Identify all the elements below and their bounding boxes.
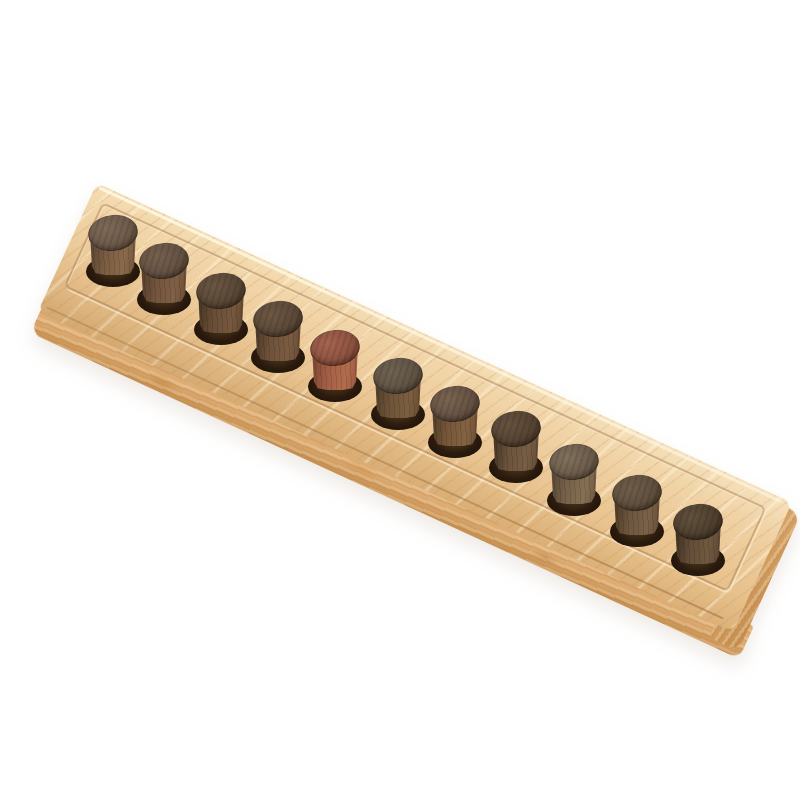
peg-9[interactable]	[546, 444, 602, 516]
peg-8[interactable]	[488, 411, 544, 483]
peg-5[interactable]	[307, 330, 363, 402]
peg-7[interactable]	[427, 386, 483, 458]
peg-11[interactable]	[670, 504, 726, 576]
peg-10[interactable]	[609, 475, 665, 547]
peg-3[interactable]	[193, 273, 249, 345]
peg-2[interactable]	[136, 243, 192, 315]
peg-1[interactable]	[85, 215, 141, 287]
peg-4[interactable]	[250, 301, 306, 373]
peg-layer	[0, 0, 800, 800]
scene	[0, 0, 800, 800]
peg-6[interactable]	[370, 358, 426, 430]
